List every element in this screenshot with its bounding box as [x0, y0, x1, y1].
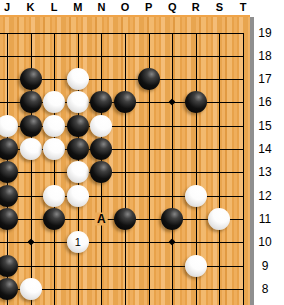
grid-line-row-19: [0, 33, 244, 34]
stone-white-M13[interactable]: [67, 161, 89, 183]
stone-black-P17[interactable]: [138, 68, 160, 90]
row-label-9: 9: [254, 259, 276, 274]
column-label-R: R: [186, 1, 206, 14]
row-label-10: 10: [254, 235, 276, 250]
row-label-17: 17: [254, 72, 276, 87]
stone-black-O11[interactable]: [114, 208, 136, 230]
row-label-18: 18: [254, 49, 276, 64]
stone-black-K15[interactable]: [20, 115, 42, 137]
point-label-A-N11[interactable]: A: [95, 212, 108, 225]
stone-white-M12[interactable]: [67, 185, 89, 207]
stone-black-J9[interactable]: [0, 255, 18, 277]
move-number-label-M10: 1: [75, 237, 81, 248]
grid-line-column-L: [54, 33, 55, 305]
stone-white-K8[interactable]: [20, 278, 42, 300]
grid-line-column-S: [219, 33, 220, 305]
stone-white-M10[interactable]: 1: [67, 231, 89, 253]
row-label-13: 13: [254, 165, 276, 180]
row-label-16: 16: [254, 95, 276, 110]
stone-black-Q11[interactable]: [161, 208, 183, 230]
column-label-M: M: [68, 1, 88, 14]
row-label-12: 12: [254, 189, 276, 204]
column-label-P: P: [139, 1, 159, 14]
grid-line-column-Q: [172, 33, 173, 305]
column-label-N: N: [91, 1, 111, 14]
stone-black-L11[interactable]: [43, 208, 65, 230]
row-label-8: 8: [254, 282, 276, 297]
column-label-T: T: [233, 1, 253, 14]
grid-line-row-18: [0, 56, 244, 57]
stone-white-M17[interactable]: [67, 68, 89, 90]
stone-black-K16[interactable]: [20, 91, 42, 113]
row-label-15: 15: [254, 119, 276, 134]
column-label-L: L: [44, 1, 64, 14]
stone-white-K14[interactable]: [20, 138, 42, 160]
stone-white-N15[interactable]: [90, 115, 112, 137]
stone-white-L12[interactable]: [43, 185, 65, 207]
stone-black-M14[interactable]: [67, 138, 89, 160]
row-label-14: 14: [254, 142, 276, 157]
grid-line-column-O: [125, 33, 126, 305]
row-label-11: 11: [254, 212, 276, 227]
stone-white-R9[interactable]: [185, 255, 207, 277]
column-label-K: K: [21, 1, 41, 14]
grid-line-row-10: [0, 242, 244, 243]
grid-line-row-12: [0, 196, 244, 197]
grid-line-row-13: [0, 172, 244, 173]
stone-white-R12[interactable]: [185, 185, 207, 207]
column-label-J: J: [0, 1, 17, 14]
column-label-O: O: [115, 1, 135, 14]
row-label-19: 19: [254, 26, 276, 41]
go-board-screenshot: JKLMNOPQRST19181716151413121110981A: [0, 0, 284, 305]
column-label-S: S: [209, 1, 229, 14]
stone-white-L15[interactable]: [43, 115, 65, 137]
column-label-Q: Q: [162, 1, 182, 14]
grid-line-column-T: [243, 33, 244, 305]
stone-black-M15[interactable]: [67, 115, 89, 137]
stone-black-K17[interactable]: [20, 68, 42, 90]
grid-line-row-9: [0, 266, 244, 267]
